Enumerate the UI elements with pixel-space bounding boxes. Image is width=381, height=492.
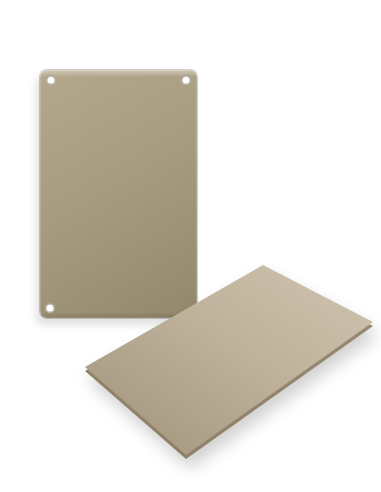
- product-photo: [0, 0, 381, 492]
- mold-back-view: [75, 255, 380, 465]
- mold-top-surface: [75, 255, 380, 465]
